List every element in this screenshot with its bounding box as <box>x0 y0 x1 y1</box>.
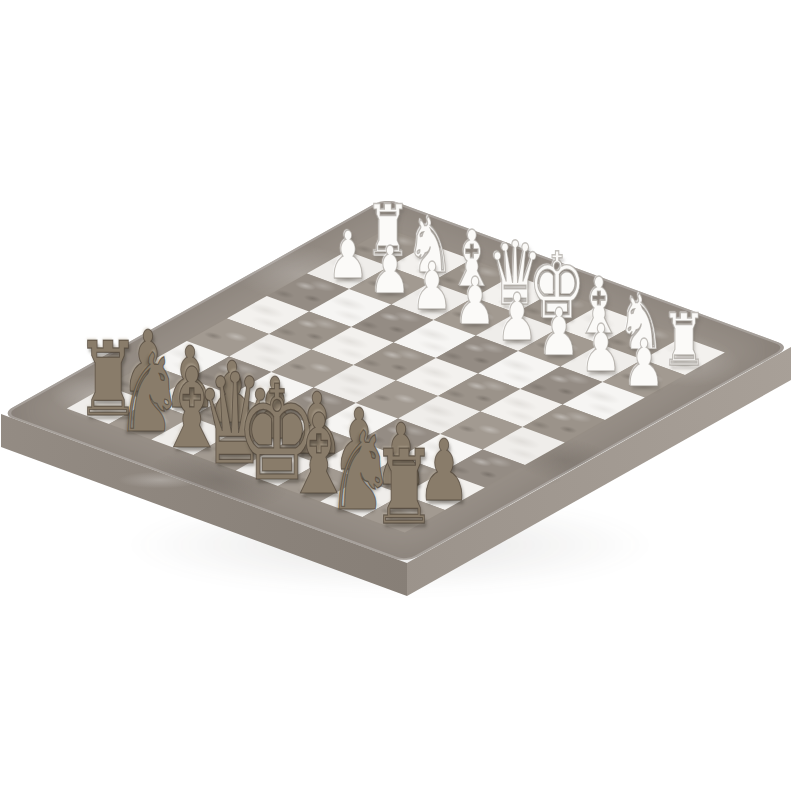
white-pawn[interactable]: ♟ <box>412 254 454 320</box>
white-pawn[interactable]: ♟ <box>369 239 411 305</box>
grey-rook[interactable]: ♜ <box>371 437 436 540</box>
white-rook[interactable]: ♜ <box>661 304 707 376</box>
white-pawn[interactable]: ♟ <box>623 332 665 398</box>
white-pawn[interactable]: ♟ <box>327 223 369 289</box>
pieces-layer: ♜♞♝♛♚♝♞♜♟♟♟♟♟♟♟♟♟♟♟♟♟♟♟♟♜♞♝♛♚♝♞♜ <box>0 0 800 800</box>
white-pawn[interactable]: ♟ <box>581 316 623 382</box>
chess-scene: ♜♞♝♛♚♝♞♜♟♟♟♟♟♟♟♟♟♟♟♟♟♟♟♟♜♞♝♛♚♝♞♜ <box>0 0 800 800</box>
white-pawn[interactable]: ♟ <box>496 285 538 351</box>
white-pawn[interactable]: ♟ <box>454 270 496 336</box>
white-pawn[interactable]: ♟ <box>538 301 580 367</box>
